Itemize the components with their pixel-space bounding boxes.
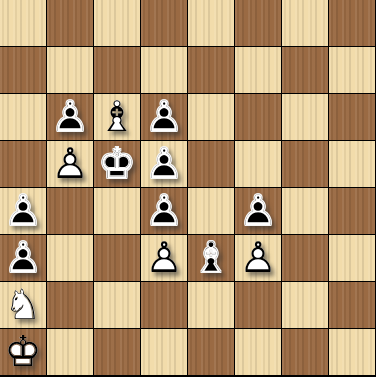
square-a7[interactable]: [0, 47, 47, 94]
piece-outline-glyph: ♗: [94, 94, 140, 140]
piece-white-king[interactable]: ♚♔: [0, 329, 46, 375]
square-e4[interactable]: [188, 188, 235, 235]
square-f6[interactable]: [235, 94, 282, 141]
square-d4[interactable]: ♟♙: [141, 188, 188, 235]
piece-fill-glyph: ♟: [47, 94, 93, 140]
piece-black-pawn[interactable]: ♟♙: [141, 94, 187, 140]
square-f1[interactable]: [235, 329, 282, 376]
square-a2[interactable]: ♞♘: [0, 282, 47, 329]
square-b2[interactable]: [47, 282, 94, 329]
piece-black-pawn[interactable]: ♟♙: [47, 94, 93, 140]
piece-black-pawn[interactable]: ♟♙: [235, 188, 281, 234]
piece-outline-glyph: ♙: [0, 235, 46, 281]
square-e8[interactable]: [188, 0, 235, 47]
square-g1[interactable]: [282, 329, 329, 376]
piece-fill-glyph: ♟: [235, 235, 281, 281]
square-d3[interactable]: ♟♙: [141, 235, 188, 282]
square-c3[interactable]: [94, 235, 141, 282]
square-e1[interactable]: [188, 329, 235, 376]
square-e3[interactable]: ♝♗: [188, 235, 235, 282]
piece-fill-glyph: ♟: [0, 188, 46, 234]
square-f5[interactable]: [235, 141, 282, 188]
square-h2[interactable]: [329, 282, 376, 329]
piece-fill-glyph: ♝: [94, 94, 140, 140]
square-g5[interactable]: [282, 141, 329, 188]
piece-outline-glyph: ♙: [0, 188, 46, 234]
piece-outline-glyph: ♙: [235, 188, 281, 234]
square-h3[interactable]: [329, 235, 376, 282]
square-c5[interactable]: ♚♔: [94, 141, 141, 188]
square-h1[interactable]: [329, 329, 376, 376]
piece-black-bishop[interactable]: ♝♗: [188, 235, 234, 281]
square-e5[interactable]: [188, 141, 235, 188]
square-h8[interactable]: [329, 0, 376, 47]
square-g2[interactable]: [282, 282, 329, 329]
square-d2[interactable]: [141, 282, 188, 329]
square-f2[interactable]: [235, 282, 282, 329]
square-b3[interactable]: [47, 235, 94, 282]
piece-fill-glyph: ♚: [94, 141, 140, 187]
piece-outline-glyph: ♘: [0, 282, 46, 328]
chess-board-frame: ♟♙♝♗♟♙♟♙♚♔♟♙♟♙♟♙♟♙♟♙♟♙♝♗♟♙♞♘♚♔: [0, 0, 376, 377]
piece-fill-glyph: ♝: [188, 235, 234, 281]
square-g3[interactable]: [282, 235, 329, 282]
piece-outline-glyph: ♙: [141, 235, 187, 281]
square-b5[interactable]: ♟♙: [47, 141, 94, 188]
piece-outline-glyph: ♙: [141, 94, 187, 140]
square-d8[interactable]: [141, 0, 188, 47]
square-a4[interactable]: ♟♙: [0, 188, 47, 235]
square-h5[interactable]: [329, 141, 376, 188]
piece-white-knight[interactable]: ♞♘: [0, 282, 46, 328]
piece-outline-glyph: ♔: [94, 141, 140, 187]
square-g6[interactable]: [282, 94, 329, 141]
square-g7[interactable]: [282, 47, 329, 94]
piece-fill-glyph: ♟: [141, 94, 187, 140]
piece-outline-glyph: ♙: [235, 235, 281, 281]
piece-black-pawn[interactable]: ♟♙: [0, 188, 46, 234]
piece-white-bishop[interactable]: ♝♗: [94, 94, 140, 140]
square-a3[interactable]: ♟♙: [0, 235, 47, 282]
piece-outline-glyph: ♙: [141, 188, 187, 234]
piece-white-pawn[interactable]: ♟♙: [235, 235, 281, 281]
square-c7[interactable]: [94, 47, 141, 94]
piece-fill-glyph: ♟: [235, 188, 281, 234]
piece-black-king[interactable]: ♚♔: [94, 141, 140, 187]
square-d7[interactable]: [141, 47, 188, 94]
piece-outline-glyph: ♗: [188, 235, 234, 281]
square-f7[interactable]: [235, 47, 282, 94]
piece-fill-glyph: ♚: [0, 329, 46, 375]
square-e7[interactable]: [188, 47, 235, 94]
square-f8[interactable]: [235, 0, 282, 47]
square-e2[interactable]: [188, 282, 235, 329]
square-b8[interactable]: [47, 0, 94, 47]
square-a1[interactable]: ♚♔: [0, 329, 47, 376]
piece-fill-glyph: ♟: [141, 188, 187, 234]
square-h4[interactable]: [329, 188, 376, 235]
square-c6[interactable]: ♝♗: [94, 94, 141, 141]
piece-fill-glyph: ♞: [0, 282, 46, 328]
square-d5[interactable]: ♟♙: [141, 141, 188, 188]
square-f3[interactable]: ♟♙: [235, 235, 282, 282]
square-a8[interactable]: [0, 0, 47, 47]
piece-black-pawn[interactable]: ♟♙: [141, 141, 187, 187]
piece-black-pawn[interactable]: ♟♙: [0, 235, 46, 281]
piece-fill-glyph: ♟: [141, 141, 187, 187]
square-h6[interactable]: [329, 94, 376, 141]
square-a6[interactable]: [0, 94, 47, 141]
square-c4[interactable]: [94, 188, 141, 235]
square-b4[interactable]: [47, 188, 94, 235]
square-b1[interactable]: [47, 329, 94, 376]
square-a5[interactable]: [0, 141, 47, 188]
square-c8[interactable]: [94, 0, 141, 47]
piece-outline-glyph: ♔: [0, 329, 46, 375]
square-c1[interactable]: [94, 329, 141, 376]
piece-black-pawn[interactable]: ♟♙: [141, 188, 187, 234]
square-c2[interactable]: [94, 282, 141, 329]
piece-outline-glyph: ♙: [141, 141, 187, 187]
square-b7[interactable]: [47, 47, 94, 94]
square-h7[interactable]: [329, 47, 376, 94]
piece-fill-glyph: ♟: [141, 235, 187, 281]
piece-fill-glyph: ♟: [47, 141, 93, 187]
square-d1[interactable]: [141, 329, 188, 376]
piece-outline-glyph: ♙: [47, 141, 93, 187]
square-e6[interactable]: [188, 94, 235, 141]
piece-white-pawn[interactable]: ♟♙: [47, 141, 93, 187]
square-f4[interactable]: ♟♙: [235, 188, 282, 235]
square-d6[interactable]: ♟♙: [141, 94, 188, 141]
piece-fill-glyph: ♟: [0, 235, 46, 281]
square-g8[interactable]: [282, 0, 329, 47]
piece-outline-glyph: ♙: [47, 94, 93, 140]
square-g4[interactable]: [282, 188, 329, 235]
square-b6[interactable]: ♟♙: [47, 94, 94, 141]
chess-board: ♟♙♝♗♟♙♟♙♚♔♟♙♟♙♟♙♟♙♟♙♟♙♝♗♟♙♞♘♚♔: [0, 0, 376, 376]
piece-white-pawn[interactable]: ♟♙: [141, 235, 187, 281]
